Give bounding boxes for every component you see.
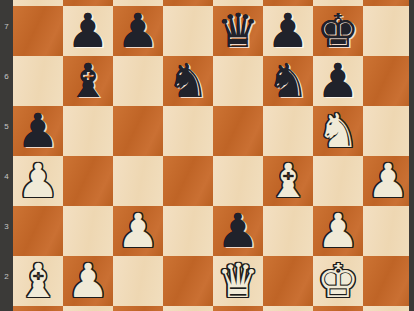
square-a4: ♟: [13, 156, 63, 206]
square-a3: [13, 206, 63, 256]
square-d1: [163, 306, 213, 311]
square-a5: ♟: [13, 106, 63, 156]
square-h4: ♟: [363, 156, 413, 206]
square-f5: [263, 106, 313, 156]
white-king-icon: ♚: [317, 257, 359, 304]
square-b4: [63, 156, 113, 206]
square-e3: ♟: [213, 206, 263, 256]
black-pawn-icon: ♟: [117, 7, 159, 54]
square-g4: [313, 156, 363, 206]
square-e7: ♛: [213, 6, 263, 56]
white-pawn-icon: ♟: [367, 157, 409, 204]
square-d3: [163, 206, 213, 256]
square-e6: [213, 56, 263, 106]
square-c6: [113, 56, 163, 106]
board-left-border: [0, 0, 13, 311]
square-b5: [63, 106, 113, 156]
white-pawn-icon: ♟: [317, 207, 359, 254]
black-pawn-icon: ♟: [317, 57, 359, 104]
square-a7: [13, 6, 63, 56]
square-h2: [363, 256, 413, 306]
square-g5: ♞: [313, 106, 363, 156]
square-e5: [213, 106, 263, 156]
rank-label-4: 4: [0, 172, 13, 182]
square-a6: [13, 56, 63, 106]
square-g3: ♟: [313, 206, 363, 256]
white-pawn-icon: ♟: [17, 157, 59, 204]
square-f6: ♞: [263, 56, 313, 106]
white-bishop-icon: ♝: [267, 157, 309, 204]
square-h5: [363, 106, 413, 156]
square-c3: ♟: [113, 206, 163, 256]
square-h6: [363, 56, 413, 106]
white-knight-icon: ♞: [317, 107, 359, 154]
square-f7: ♟: [263, 6, 313, 56]
black-knight-icon: ♞: [267, 57, 309, 104]
black-pawn-icon: ♟: [267, 7, 309, 54]
square-g6: ♟: [313, 56, 363, 106]
square-c7: ♟: [113, 6, 163, 56]
square-d4: [163, 156, 213, 206]
square-f4: ♝: [263, 156, 313, 206]
white-pawn-icon: ♟: [117, 207, 159, 254]
square-d7: [163, 6, 213, 56]
white-bishop-icon: ♝: [17, 257, 59, 304]
rank-label-7: 7: [0, 22, 13, 32]
square-d2: [163, 256, 213, 306]
square-a2: ♝: [13, 256, 63, 306]
square-e4: [213, 156, 263, 206]
rank-label-2: 2: [0, 272, 13, 282]
chess-diagram: ♟♟♛♟♚♝♞♞♟♟♞♟♝♟♟♟♟♝♟♛♚ 765432: [0, 0, 414, 311]
board-right-border: [409, 0, 414, 311]
black-pawn-icon: ♟: [17, 107, 59, 154]
rank-label-3: 3: [0, 222, 13, 232]
rank-label-5: 5: [0, 122, 13, 132]
square-c1: [113, 306, 163, 311]
square-c4: [113, 156, 163, 206]
square-d6: ♞: [163, 56, 213, 106]
square-h7: [363, 6, 413, 56]
square-c5: [113, 106, 163, 156]
rank-label-6: 6: [0, 72, 13, 82]
square-b6: ♝: [63, 56, 113, 106]
square-h3: [363, 206, 413, 256]
chessboard-grid: ♟♟♛♟♚♝♞♞♟♟♞♟♝♟♟♟♟♝♟♛♚: [13, 0, 413, 311]
white-queen-icon: ♛: [217, 257, 259, 304]
square-g7: ♚: [313, 6, 363, 56]
black-pawn-icon: ♟: [217, 207, 259, 254]
square-e2: ♛: [213, 256, 263, 306]
square-d5: [163, 106, 213, 156]
square-f2: [263, 256, 313, 306]
square-b2: ♟: [63, 256, 113, 306]
square-h1: [363, 306, 413, 311]
square-b7: ♟: [63, 6, 113, 56]
square-f1: [263, 306, 313, 311]
square-f3: [263, 206, 313, 256]
black-queen-icon: ♛: [217, 7, 259, 54]
black-king-icon: ♚: [317, 7, 359, 54]
black-pawn-icon: ♟: [67, 7, 109, 54]
square-c2: [113, 256, 163, 306]
white-pawn-icon: ♟: [67, 257, 109, 304]
black-knight-icon: ♞: [167, 57, 209, 104]
square-g2: ♚: [313, 256, 363, 306]
square-b3: [63, 206, 113, 256]
black-bishop-icon: ♝: [67, 57, 109, 104]
